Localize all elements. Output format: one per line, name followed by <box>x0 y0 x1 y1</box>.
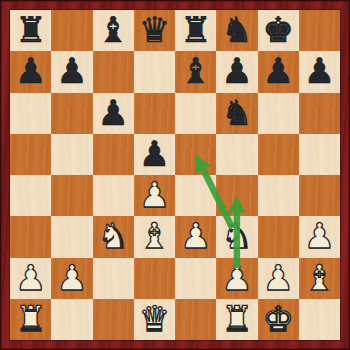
square-a2[interactable]: ♟ <box>10 258 51 299</box>
square-b7[interactable]: ♟ <box>51 51 92 92</box>
square-a4[interactable] <box>10 175 51 216</box>
square-g7[interactable]: ♟ <box>258 51 299 92</box>
square-d1[interactable]: ♛ <box>134 299 175 340</box>
square-c2[interactable] <box>93 258 134 299</box>
square-a3[interactable] <box>10 216 51 257</box>
square-b2[interactable]: ♟ <box>51 258 92 299</box>
square-f8[interactable]: ♞ <box>216 10 257 51</box>
square-b3[interactable] <box>51 216 92 257</box>
square-e5[interactable] <box>175 134 216 175</box>
white-knight[interactable]: ♞ <box>221 216 252 257</box>
black-rook[interactable]: ♜ <box>180 10 211 51</box>
square-g5[interactable] <box>258 134 299 175</box>
white-pawn[interactable]: ♟ <box>304 216 335 257</box>
square-f5[interactable] <box>216 134 257 175</box>
square-e2[interactable] <box>175 258 216 299</box>
square-g6[interactable] <box>258 93 299 134</box>
square-d3[interactable]: ♝ <box>134 216 175 257</box>
white-pawn[interactable]: ♟ <box>56 258 87 299</box>
square-d6[interactable] <box>134 93 175 134</box>
square-c6[interactable]: ♟ <box>93 93 134 134</box>
square-d5[interactable]: ♟ <box>134 134 175 175</box>
white-bishop[interactable]: ♝ <box>304 258 335 299</box>
square-c5[interactable] <box>93 134 134 175</box>
square-f2[interactable]: ♟ <box>216 258 257 299</box>
white-knight[interactable]: ♞ <box>97 216 128 257</box>
square-f3[interactable]: ♞ <box>216 216 257 257</box>
black-king[interactable]: ♚ <box>262 10 293 51</box>
white-pawn[interactable]: ♟ <box>139 175 170 216</box>
square-g8[interactable]: ♚ <box>258 10 299 51</box>
square-b6[interactable] <box>51 93 92 134</box>
chess-board: ♜♝♛♜♞♚♟♟♝♟♟♟♟♞♟♟♞♝♟♞♟♟♟♟♟♝♜♛♜♚ <box>10 10 340 340</box>
square-f7[interactable]: ♟ <box>216 51 257 92</box>
square-f6[interactable]: ♞ <box>216 93 257 134</box>
square-g1[interactable]: ♚ <box>258 299 299 340</box>
square-d2[interactable] <box>134 258 175 299</box>
square-e3[interactable]: ♟ <box>175 216 216 257</box>
square-c1[interactable] <box>93 299 134 340</box>
white-pawn[interactable]: ♟ <box>15 258 46 299</box>
black-knight[interactable]: ♞ <box>221 93 252 134</box>
square-c4[interactable] <box>93 175 134 216</box>
square-a7[interactable]: ♟ <box>10 51 51 92</box>
square-c3[interactable]: ♞ <box>93 216 134 257</box>
black-knight[interactable]: ♞ <box>221 10 252 51</box>
square-g2[interactable]: ♟ <box>258 258 299 299</box>
square-h6[interactable] <box>299 93 340 134</box>
square-e4[interactable] <box>175 175 216 216</box>
white-king[interactable]: ♚ <box>262 299 293 340</box>
square-h4[interactable] <box>299 175 340 216</box>
black-pawn[interactable]: ♟ <box>97 93 128 134</box>
square-b4[interactable] <box>51 175 92 216</box>
square-e8[interactable]: ♜ <box>175 10 216 51</box>
square-h5[interactable] <box>299 134 340 175</box>
square-h3[interactable]: ♟ <box>299 216 340 257</box>
black-pawn[interactable]: ♟ <box>262 51 293 92</box>
square-f4[interactable] <box>216 175 257 216</box>
square-c8[interactable]: ♝ <box>93 10 134 51</box>
square-a1[interactable]: ♜ <box>10 299 51 340</box>
square-e7[interactable]: ♝ <box>175 51 216 92</box>
square-e6[interactable] <box>175 93 216 134</box>
white-pawn[interactable]: ♟ <box>180 216 211 257</box>
black-bishop[interactable]: ♝ <box>97 10 128 51</box>
square-a6[interactable] <box>10 93 51 134</box>
square-g3[interactable] <box>258 216 299 257</box>
square-f1[interactable]: ♜ <box>216 299 257 340</box>
square-g4[interactable] <box>258 175 299 216</box>
white-pawn[interactable]: ♟ <box>221 258 252 299</box>
square-d4[interactable]: ♟ <box>134 175 175 216</box>
white-rook[interactable]: ♜ <box>221 299 252 340</box>
black-queen[interactable]: ♛ <box>139 10 170 51</box>
square-h2[interactable]: ♝ <box>299 258 340 299</box>
square-h1[interactable] <box>299 299 340 340</box>
square-b5[interactable] <box>51 134 92 175</box>
black-pawn[interactable]: ♟ <box>139 134 170 175</box>
square-c7[interactable] <box>93 51 134 92</box>
square-e1[interactable] <box>175 299 216 340</box>
black-pawn[interactable]: ♟ <box>56 51 87 92</box>
square-h8[interactable] <box>299 10 340 51</box>
white-pawn[interactable]: ♟ <box>262 258 293 299</box>
white-queen[interactable]: ♛ <box>139 299 170 340</box>
black-bishop[interactable]: ♝ <box>180 51 211 92</box>
black-pawn[interactable]: ♟ <box>221 51 252 92</box>
black-pawn[interactable]: ♟ <box>15 51 46 92</box>
black-pawn[interactable]: ♟ <box>304 51 335 92</box>
square-d8[interactable]: ♛ <box>134 10 175 51</box>
black-rook[interactable]: ♜ <box>15 10 46 51</box>
white-bishop[interactable]: ♝ <box>139 216 170 257</box>
square-b1[interactable] <box>51 299 92 340</box>
white-rook[interactable]: ♜ <box>15 299 46 340</box>
board-frame: ♜♝♛♜♞♚♟♟♝♟♟♟♟♞♟♟♞♝♟♞♟♟♟♟♟♝♜♛♜♚ <box>0 0 350 350</box>
square-a5[interactable] <box>10 134 51 175</box>
square-d7[interactable] <box>134 51 175 92</box>
square-a8[interactable]: ♜ <box>10 10 51 51</box>
square-b8[interactable] <box>51 10 92 51</box>
square-h7[interactable]: ♟ <box>299 51 340 92</box>
